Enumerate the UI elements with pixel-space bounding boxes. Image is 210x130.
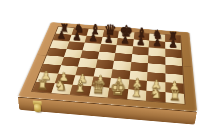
black-pawn[interactable]: ♟ bbox=[72, 31, 82, 42]
white-bishop[interactable]: ♝ bbox=[72, 79, 87, 95]
square-d1[interactable]: ♛ bbox=[89, 86, 110, 98]
white-knight[interactable]: ♞ bbox=[54, 78, 68, 93]
camera-tilt: ♜♞♝♛♚♝♞♜♟♟♟♟♟♟♟♟♟♟♟♟♟♟♟♟♜♞♝♛♚♝♞♜ bbox=[0, 0, 210, 130]
white-bishop[interactable]: ♝ bbox=[129, 83, 144, 99]
square-f1[interactable]: ♝ bbox=[127, 89, 147, 101]
square-c1[interactable]: ♝ bbox=[70, 85, 91, 96]
chess-board: ♜♞♝♛♚♝♞♜♟♟♟♟♟♟♟♟♟♟♟♟♟♟♟♟♜♞♝♛♚♝♞♜ bbox=[18, 22, 197, 111]
white-rook[interactable]: ♜ bbox=[36, 78, 48, 92]
square-d7[interactable]: ♟ bbox=[101, 37, 118, 45]
square-g1[interactable]: ♞ bbox=[146, 91, 165, 103]
black-pawn[interactable]: ♟ bbox=[104, 34, 114, 45]
square-e1[interactable]: ♚ bbox=[108, 88, 128, 100]
chess-set-photo: ♜♞♝♛♚♝♞♜♟♟♟♟♟♟♟♟♟♟♟♟♟♟♟♟♜♞♝♛♚♝♞♜ bbox=[0, 0, 210, 130]
white-knight[interactable]: ♞ bbox=[149, 86, 163, 101]
board-grid: ♜♞♝♛♚♝♞♜♟♟♟♟♟♟♟♟♟♟♟♟♟♟♟♟♜♞♝♛♚♝♞♜ bbox=[32, 27, 184, 104]
square-h7[interactable]: ♟ bbox=[165, 42, 181, 51]
square-c7[interactable]: ♟ bbox=[85, 36, 103, 44]
square-f7[interactable]: ♟ bbox=[133, 39, 149, 47]
white-rook[interactable]: ♜ bbox=[169, 89, 182, 103]
black-pawn[interactable]: ♟ bbox=[152, 37, 162, 48]
black-pawn[interactable]: ♟ bbox=[168, 39, 178, 50]
white-king[interactable]: ♚ bbox=[109, 79, 127, 98]
black-pawn[interactable]: ♟ bbox=[56, 30, 66, 41]
black-pawn[interactable]: ♟ bbox=[136, 36, 146, 47]
brass-latch-icon bbox=[34, 104, 41, 113]
black-pawn[interactable]: ♟ bbox=[120, 35, 130, 46]
black-pawn[interactable]: ♟ bbox=[88, 33, 98, 44]
square-h1[interactable]: ♜ bbox=[165, 92, 184, 104]
white-queen[interactable]: ♛ bbox=[90, 78, 107, 96]
